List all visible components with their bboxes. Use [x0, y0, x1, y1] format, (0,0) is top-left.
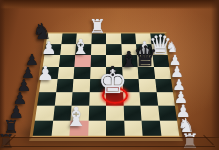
square-d7[interactable] [91, 44, 106, 55]
square-a3[interactable] [37, 92, 56, 106]
table-frame-right [211, 0, 219, 150]
captured-black-knight-0: ♞ [32, 21, 52, 43]
square-e1[interactable] [106, 120, 124, 136]
square-c4[interactable] [73, 79, 90, 92]
square-e8[interactable] [106, 33, 121, 43]
table-frame-groove [4, 146, 215, 147]
square-d1[interactable] [88, 120, 106, 136]
piece-white-rook-d8[interactable]: ♜ [89, 17, 106, 36]
square-a2[interactable] [35, 106, 54, 121]
square-e2[interactable] [106, 106, 124, 121]
square-g3[interactable] [139, 92, 157, 106]
table-frame-bottom [0, 137, 219, 150]
square-d2[interactable] [88, 106, 106, 121]
square-h3[interactable] [156, 92, 175, 106]
square-b5[interactable] [57, 67, 74, 79]
square-a1[interactable] [33, 120, 53, 136]
square-h4[interactable] [155, 79, 173, 92]
square-g4[interactable] [139, 79, 157, 92]
piece-white-bishop-c1[interactable]: ♝ [64, 104, 88, 130]
square-h1[interactable] [159, 120, 179, 136]
piece-black-queen-g5[interactable]: ♛ [133, 43, 158, 71]
square-g2[interactable] [140, 106, 159, 121]
piece-white-king-e3[interactable]: ♚ [98, 66, 127, 99]
square-f2[interactable] [123, 106, 141, 121]
piece-white-bishop-c6[interactable]: ♝ [71, 37, 90, 58]
square-g1[interactable] [142, 120, 161, 136]
square-b4[interactable] [56, 79, 74, 92]
square-f1[interactable] [124, 120, 143, 136]
piece-white-pawn-a4[interactable]: ♟ [37, 64, 54, 83]
chess-table-scene: ♜♝♟♟♛♝♛♟♟♚♝ ♞♟♟♟♟♟♜♜ ♞♟♟♟♟♟♞♜ [0, 0, 219, 150]
table-frame-top [0, 0, 219, 9]
square-c5[interactable] [73, 67, 90, 79]
square-h2[interactable] [158, 106, 177, 121]
